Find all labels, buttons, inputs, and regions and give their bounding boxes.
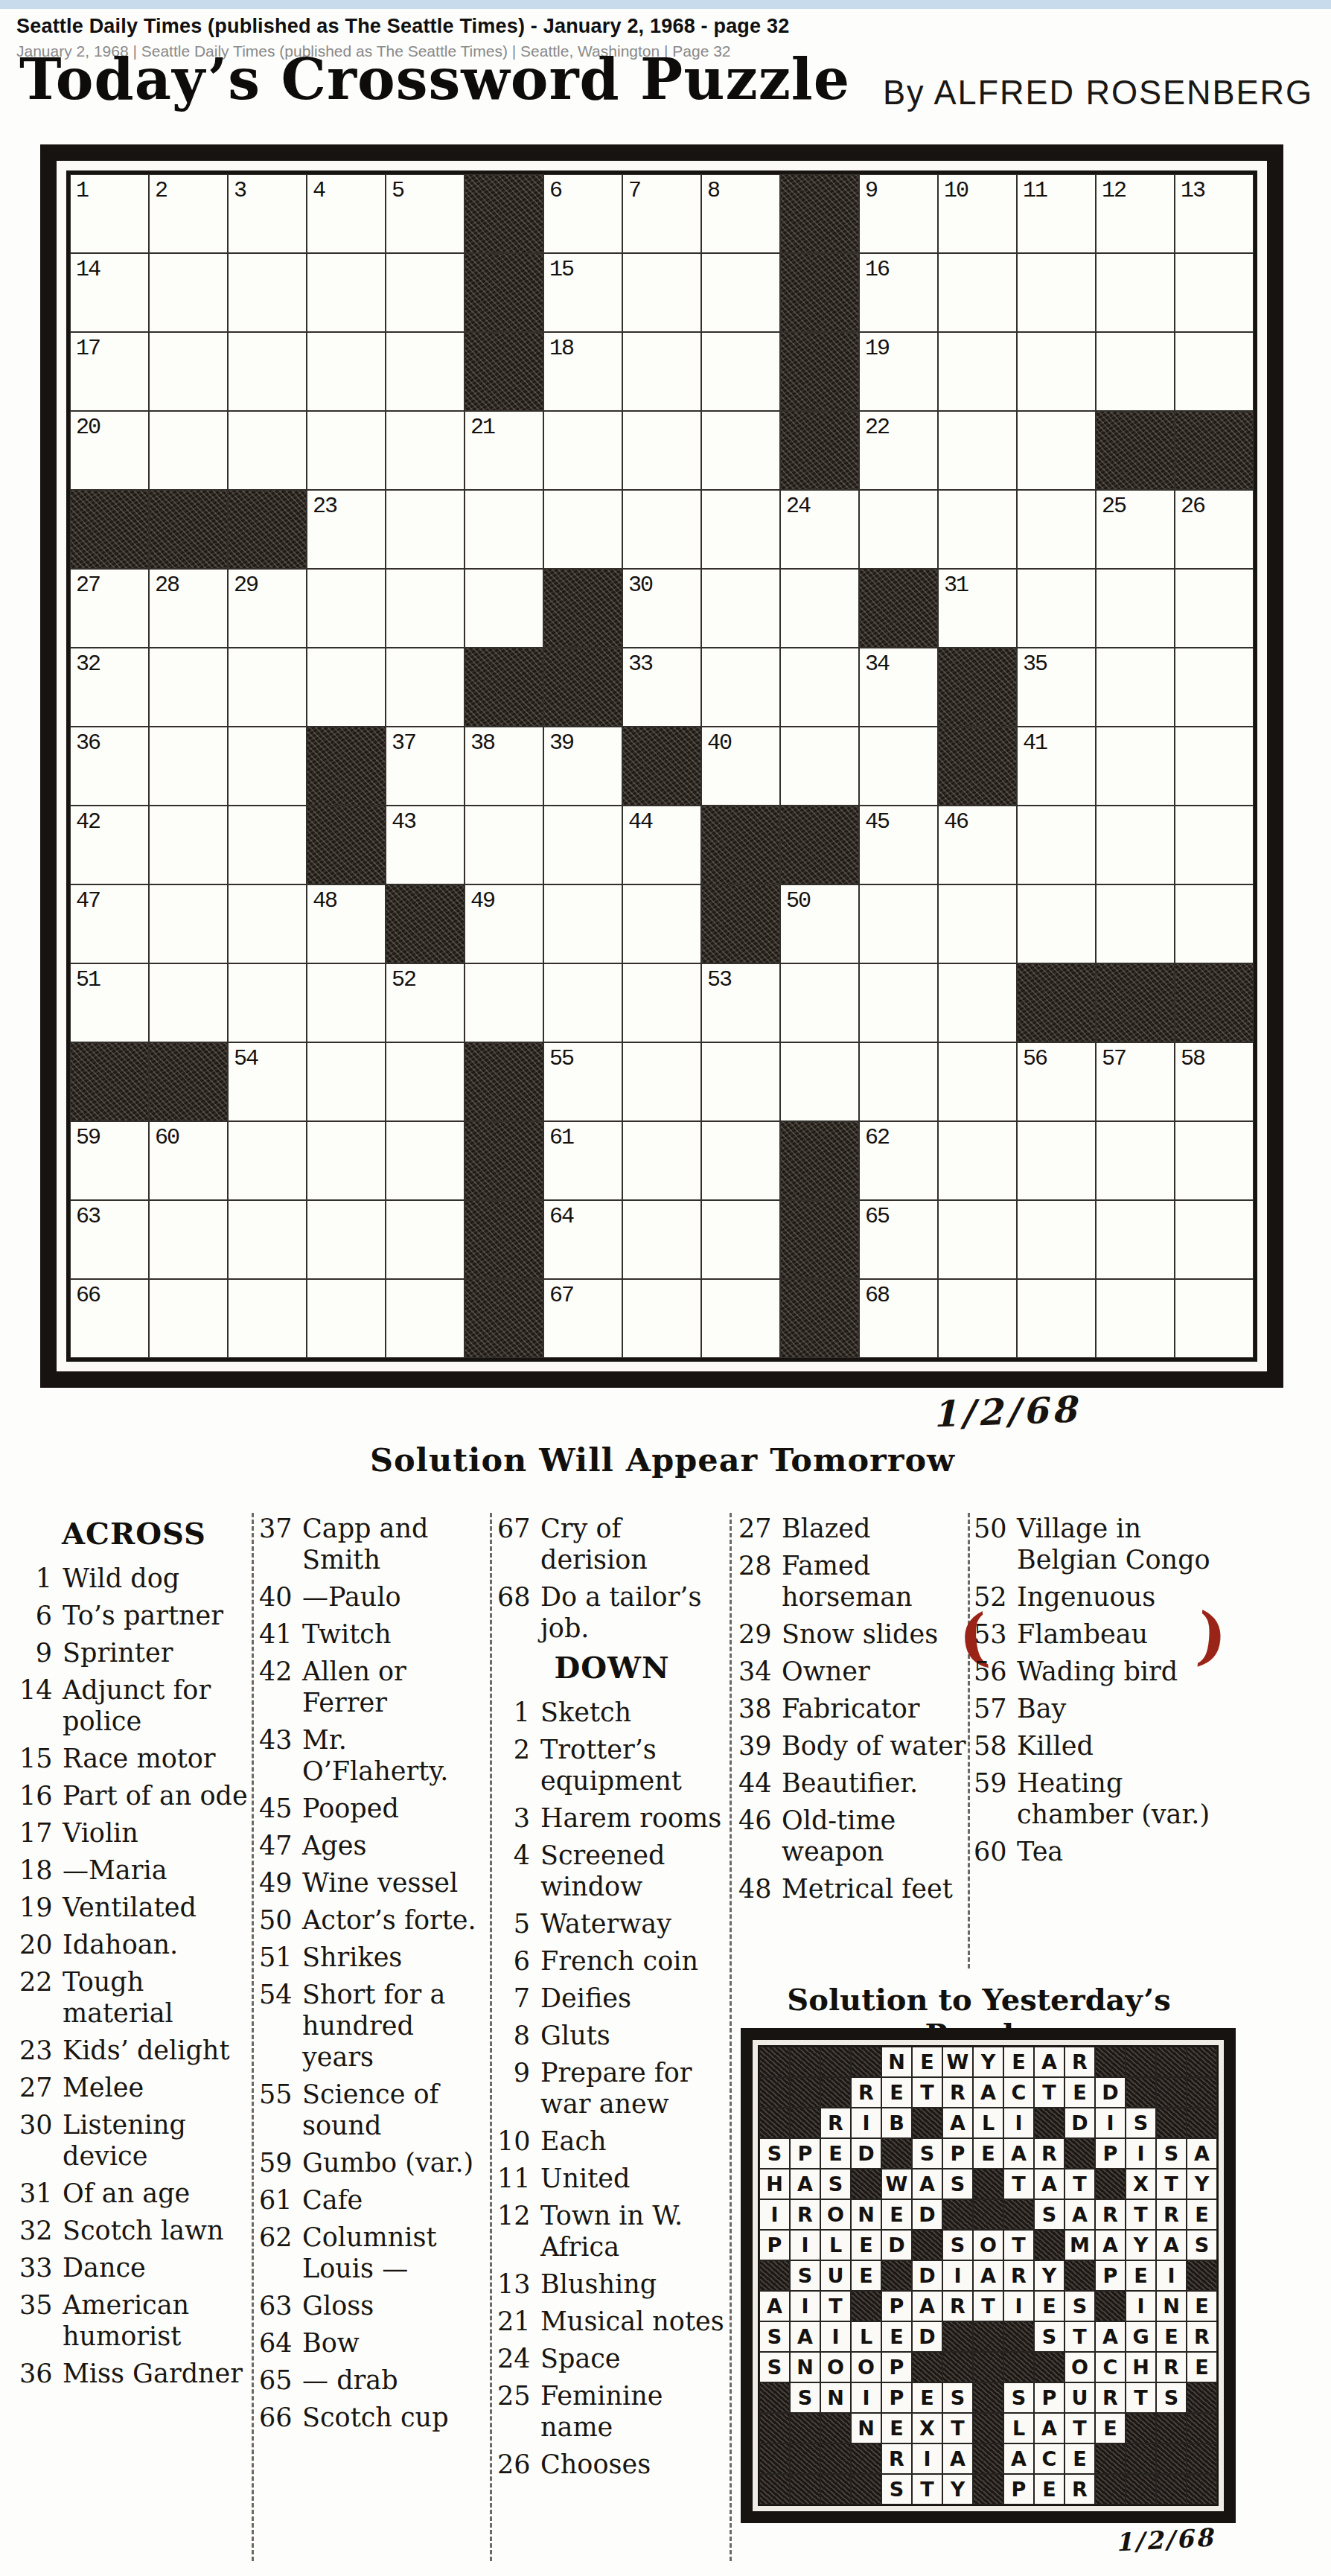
clue-item: 61Cafe [259, 2184, 488, 2216]
cell-number: 60 [155, 1125, 179, 1150]
clue-number: 54 [259, 1979, 302, 2073]
clue-number: 5 [497, 1908, 540, 1939]
grid-cell [228, 1121, 307, 1200]
grid-cell [307, 569, 386, 648]
clue-number: 61 [259, 2184, 302, 2216]
solution-black-square [1187, 2382, 1217, 2413]
solution-black-square [759, 2108, 790, 2138]
solution-black-square [759, 2443, 790, 2474]
solution-letter-cell: P [881, 2382, 912, 2413]
clue-text: Beautifier. [782, 1767, 968, 1799]
clue-text: Wild dog [63, 1563, 249, 1594]
solution-black-square [759, 2047, 790, 2077]
clue-item: 6French coin [497, 1945, 727, 1977]
solution-letter-cell: U [820, 2260, 851, 2291]
grid-cell [938, 1121, 1017, 1200]
clue-item: 62Columnist Louis — [259, 2222, 488, 2284]
cell-number: 55 [549, 1046, 573, 1071]
solution-letter-cell: P [1095, 2260, 1126, 2291]
cell-number: 15 [549, 257, 573, 282]
solution-letter-cell: R [1065, 2047, 1095, 2077]
clue-number: 13 [497, 2269, 540, 2300]
grid-cell: 21 [465, 411, 543, 490]
solution-black-square [851, 2443, 881, 2474]
solution-letter-cell: E [912, 2047, 942, 2077]
cell-number: 28 [155, 573, 179, 598]
clue-item: 28Famed horseman [738, 1550, 968, 1613]
solution-letter-cell: S [942, 2169, 973, 2199]
solution-black-square [851, 2291, 881, 2321]
solution-black-square [851, 2047, 881, 2077]
clue-text: Trotter’s equipment [540, 1734, 727, 1796]
clue-column-2: 37Capp and Smith40—Paulo41Twitch42Allen … [259, 1513, 488, 2439]
clue-number: 1 [19, 1563, 63, 1594]
cell-number: 64 [549, 1204, 573, 1229]
cell-number: 7 [628, 178, 640, 203]
clue-item: 8Gluts [497, 2020, 727, 2051]
clue-text: Allen or Ferrer [302, 1656, 488, 1718]
black-square [465, 1279, 543, 1358]
solution-letter-cell: S [790, 2260, 820, 2291]
black-square [149, 1042, 228, 1121]
crossword-grid: 1234567891011121314151617181920212223242… [66, 170, 1257, 1362]
clue-item: 14Adjunct for police [19, 1674, 249, 1737]
solution-letter-cell: A [973, 2260, 1003, 2291]
grid-cell [1017, 490, 1096, 569]
solution-letter-cell: A [1095, 2321, 1126, 2352]
black-square [780, 411, 859, 490]
grid-cell: 42 [70, 806, 149, 884]
solution-black-square [912, 2108, 942, 2138]
grid-cell: 26 [1175, 490, 1254, 569]
solution-letter-cell: T [1126, 2382, 1156, 2413]
grid-cell [1096, 1279, 1175, 1358]
grid-cell: 20 [70, 411, 149, 490]
solution-letter-cell: T [1065, 2413, 1095, 2443]
black-square [465, 174, 543, 253]
solution-letter-cell: S [820, 2169, 851, 2199]
solution-black-square [1187, 2474, 1217, 2505]
clue-text: Musical notes [540, 2306, 727, 2337]
cell-number: 48 [313, 888, 336, 914]
clue-item: 32Scotch lawn [19, 2215, 249, 2246]
solution-letter-cell: Y [942, 2474, 973, 2505]
clue-item: 59Gumbo (var.) [259, 2147, 488, 2178]
grid-cell: 64 [543, 1200, 622, 1279]
solution-black-square [973, 2199, 1003, 2230]
grid-cell: 53 [701, 963, 780, 1042]
grid-cell: 55 [543, 1042, 622, 1121]
solution-black-square [1003, 2321, 1034, 2352]
clue-text: Flambeau [1017, 1619, 1219, 1650]
grid-cell: 28 [149, 569, 228, 648]
cell-number: 19 [865, 336, 889, 361]
solution-letter-cell: A [1034, 2413, 1065, 2443]
clue-item: 45Pooped [259, 1793, 488, 1824]
solution-black-square [1126, 2443, 1156, 2474]
clue-text: Bay [1017, 1693, 1219, 1724]
black-square [70, 490, 149, 569]
clue-number: 33 [19, 2252, 63, 2283]
grid-cell [465, 490, 543, 569]
grid-cell [1096, 727, 1175, 806]
cell-number: 10 [944, 178, 968, 203]
grid-cell [149, 332, 228, 411]
solution-letter-cell: R [1095, 2382, 1126, 2413]
solution-letter-cell: R [1156, 2352, 1187, 2382]
clue-number: 63 [259, 2290, 302, 2321]
black-square [1175, 963, 1254, 1042]
grid-cell [149, 411, 228, 490]
grid-cell [465, 569, 543, 648]
grid-cell: 63 [70, 1200, 149, 1279]
grid-cell: 56 [1017, 1042, 1096, 1121]
solution-letter-cell: E [1003, 2047, 1034, 2077]
solution-letter-cell: I [759, 2199, 790, 2230]
solution-letter-cell: E [1126, 2260, 1156, 2291]
grid-cell [1175, 569, 1254, 648]
solution-black-square [1187, 2108, 1217, 2138]
clue-number: 48 [738, 1873, 782, 1904]
black-square [228, 490, 307, 569]
clue-text: Actor’s forte. [302, 1904, 488, 1936]
cell-number: 57 [1102, 1046, 1126, 1071]
solution-black-square [1187, 2077, 1217, 2108]
grid-cell: 19 [859, 332, 938, 411]
solution-black-square [759, 2077, 790, 2108]
clue-text: Feminine name [540, 2380, 727, 2443]
clue-number: 4 [497, 1840, 540, 1902]
grid-cell [1096, 332, 1175, 411]
column-divider [968, 1513, 970, 1968]
clue-item: 25Feminine name [497, 2380, 727, 2443]
grid-cell [307, 1121, 386, 1200]
clue-item: 21Musical notes [497, 2306, 727, 2337]
author-byline: By ALFRED ROSENBERG [883, 71, 1313, 112]
grid-cell [149, 806, 228, 884]
grid-cell: 10 [938, 174, 1017, 253]
cell-number: 11 [1023, 178, 1047, 203]
clue-number: 34 [738, 1656, 782, 1687]
grid-cell [1175, 253, 1254, 332]
clue-text: Shrikes [302, 1942, 488, 1973]
black-square [70, 1042, 149, 1121]
grid-cell [701, 1200, 780, 1279]
cell-number: 46 [944, 809, 968, 835]
clue-item: 39Body of water [738, 1730, 968, 1762]
clue-item: 64Bow [259, 2327, 488, 2359]
solution-black-square [759, 2260, 790, 2291]
clue-number: 18 [19, 1855, 63, 1886]
solution-letter-cell: E [912, 2382, 942, 2413]
grid-cell [386, 490, 465, 569]
clue-text: Pooped [302, 1793, 488, 1824]
clue-item: 19Ventilated [19, 1892, 249, 1923]
clue-item: 27Blazed [738, 1513, 968, 1544]
grid-cell [1175, 806, 1254, 884]
solution-black-square [881, 2138, 912, 2169]
clue-number: 15 [19, 1743, 63, 1774]
solution-letter-cell: S [881, 2474, 912, 2505]
grid-cell: 29 [228, 569, 307, 648]
grid-cell [938, 1279, 1017, 1358]
grid-cell [859, 490, 938, 569]
cell-number: 44 [628, 809, 652, 835]
solution-black-square [1065, 2260, 1095, 2291]
down-header: DOWN [497, 1650, 727, 1685]
black-square [859, 569, 938, 648]
solution-black-square [1126, 2413, 1156, 2443]
solution-black-square [1034, 2230, 1065, 2260]
solution-letter-cell: Y [1034, 2260, 1065, 2291]
solution-black-square [973, 2352, 1003, 2382]
solution-letter-cell: D [1095, 2077, 1126, 2108]
clue-number: 21 [497, 2306, 540, 2337]
clue-number: 30 [19, 2109, 63, 2172]
solution-letter-cell: I [1126, 2138, 1156, 2169]
grid-cell: 5 [386, 174, 465, 253]
grid-cell: 54 [228, 1042, 307, 1121]
column-divider [730, 1513, 732, 2561]
clue-item: 10Each [497, 2126, 727, 2157]
cell-number: 13 [1181, 178, 1204, 203]
clue-number: 67 [497, 1513, 540, 1575]
clue-item: 56Wading bird [974, 1656, 1219, 1687]
cell-number: 14 [76, 257, 100, 282]
solution-letter-cell: E [1095, 2413, 1126, 2443]
solution-black-square [820, 2474, 851, 2505]
clue-item: 40—Paulo [259, 1581, 488, 1613]
clue-item: 16Part of an ode [19, 1780, 249, 1811]
cell-number: 18 [549, 336, 573, 361]
grid-cell [149, 963, 228, 1042]
solution-letter-cell: H [1126, 2352, 1156, 2382]
black-square [386, 884, 465, 963]
clue-text: Screened window [540, 1840, 727, 1902]
solution-black-square [942, 2321, 973, 2352]
clue-item: 29Snow slides [738, 1619, 968, 1650]
solution-letter-cell: S [1187, 2230, 1217, 2260]
clue-text: Snow slides [782, 1619, 968, 1650]
solution-letter-cell: P [759, 2230, 790, 2260]
column-divider [252, 1513, 254, 2561]
clue-item: 35American humorist [19, 2289, 249, 2352]
clue-number: 14 [19, 1674, 63, 1737]
solution-letter-cell: S [759, 2321, 790, 2352]
clue-text: Capp and Smith [302, 1513, 488, 1575]
cell-number: 23 [313, 494, 336, 519]
grid-cell [780, 727, 859, 806]
clue-item: 20Idahoan. [19, 1929, 249, 1960]
cell-number: 63 [76, 1204, 100, 1229]
solution-letter-cell: N [820, 2382, 851, 2413]
grid-cell [701, 411, 780, 490]
solution-note: Solution Will Appear Tomorrow [350, 1441, 975, 1479]
solution-black-square [973, 2382, 1003, 2413]
clue-item: 42Allen or Ferrer [259, 1656, 488, 1718]
solution-letter-cell: A [1095, 2230, 1126, 2260]
solution-letter-cell: I [790, 2230, 820, 2260]
solution-letter-cell: A [1003, 2443, 1034, 2474]
solution-black-square [759, 2413, 790, 2443]
clue-item: 49Wine vessel [259, 1867, 488, 1898]
clue-text: Bow [302, 2327, 488, 2359]
cell-number: 22 [865, 415, 889, 440]
solution-black-square [1156, 2047, 1187, 2077]
solution-letter-cell: I [1126, 2291, 1156, 2321]
grid-cell [622, 1121, 701, 1200]
solution-letter-cell: S [1065, 2291, 1095, 2321]
grid-cell [228, 332, 307, 411]
solution-letter-cell: Y [973, 2047, 1003, 2077]
grid-cell [149, 884, 228, 963]
solution-letter-cell: S [1034, 2321, 1065, 2352]
solution-letter-cell: D [912, 2199, 942, 2230]
solution-letter-cell: I [851, 2108, 881, 2138]
solution-letter-cell: A [1187, 2138, 1217, 2169]
grid-cell [780, 648, 859, 727]
clue-text: Town in W. Africa [540, 2200, 727, 2263]
solution-black-square [973, 2474, 1003, 2505]
solution-letter-cell: S [1003, 2382, 1034, 2413]
clue-text: Listening device [63, 2109, 249, 2172]
clue-text: Sketch [540, 1697, 727, 1728]
clue-item: 13Blushing [497, 2269, 727, 2300]
grid-cell [701, 1279, 780, 1358]
solution-letter-cell: R [851, 2077, 881, 2108]
solution-letter-cell: R [942, 2077, 973, 2108]
solution-black-square [1156, 2474, 1187, 2505]
solution-letter-cell: S [759, 2352, 790, 2382]
solution-letter-cell: O [973, 2230, 1003, 2260]
clue-column-1: ACROSS1Wild dog6To’s partner9Sprinter14A… [19, 1513, 249, 2395]
grid-cell [938, 253, 1017, 332]
grid-cell [228, 806, 307, 884]
clue-number: 17 [19, 1817, 63, 1849]
solution-letter-cell: T [820, 2291, 851, 2321]
solution-letter-cell: N [1156, 2291, 1187, 2321]
grid-cell [228, 411, 307, 490]
cell-number: 49 [470, 888, 494, 914]
cell-number: 4 [313, 178, 325, 203]
clue-item: 2Trotter’s equipment [497, 1734, 727, 1796]
black-square [938, 648, 1017, 727]
clue-number: 57 [974, 1693, 1017, 1724]
solution-letter-cell: N [851, 2199, 881, 2230]
solution-black-square [820, 2413, 851, 2443]
clue-item: 15Race motor [19, 1743, 249, 1774]
clue-number: 16 [19, 1780, 63, 1811]
grid-cell [386, 648, 465, 727]
solution-letter-cell: T [1065, 2169, 1095, 2199]
solution-letter-cell: T [1034, 2077, 1065, 2108]
clue-number: 25 [497, 2380, 540, 2443]
solution-letter-cell: X [912, 2413, 942, 2443]
clue-number: 58 [974, 1730, 1017, 1762]
clue-text: Miss Gardner [63, 2358, 249, 2389]
clue-number: 27 [738, 1513, 782, 1544]
black-square [465, 1042, 543, 1121]
solution-letter-cell: T [1065, 2321, 1095, 2352]
cell-number: 5 [392, 178, 403, 203]
grid-cell [938, 332, 1017, 411]
grid-cell [1017, 1200, 1096, 1279]
grid-cell [386, 1121, 465, 1200]
clue-text: Ages [302, 1830, 488, 1861]
clue-number: 6 [19, 1600, 63, 1631]
solution-letter-cell: E [881, 2077, 912, 2108]
solution-black-square [851, 2474, 881, 2505]
grid-cell: 65 [859, 1200, 938, 1279]
cell-number: 30 [628, 573, 652, 598]
clue-number: 8 [497, 2020, 540, 2051]
grid-cell [1017, 806, 1096, 884]
solution-letter-cell: E [1034, 2474, 1065, 2505]
clue-text: Village in Belgian Congo [1017, 1513, 1219, 1575]
clue-number: 40 [259, 1581, 302, 1613]
cell-number: 68 [865, 1283, 889, 1308]
clue-text: —Paulo [302, 1581, 488, 1613]
clue-item: 63Gloss [259, 2290, 488, 2321]
solution-black-square [1126, 2047, 1156, 2077]
black-square [307, 727, 386, 806]
solution-letter-cell: H [759, 2169, 790, 2199]
grid-cell: 35 [1017, 648, 1096, 727]
grid-cell: 33 [622, 648, 701, 727]
clue-item: 48Metrical feet [738, 1873, 968, 1904]
cell-number: 59 [76, 1125, 100, 1150]
grid-cell: 8 [701, 174, 780, 253]
grid-cell [1017, 569, 1096, 648]
clue-column-4: 27Blazed28Famed horseman29Snow slides34O… [738, 1513, 968, 1910]
solution-black-square [1095, 2047, 1126, 2077]
clue-item: 38Fabricator [738, 1693, 968, 1724]
clue-text: Gumbo (var.) [302, 2147, 488, 2178]
across-header: ACROSS [19, 1516, 249, 1551]
solution-letter-cell: I [851, 2382, 881, 2413]
grid-cell [1175, 884, 1254, 963]
grid-cell [149, 253, 228, 332]
cell-number: 6 [549, 178, 561, 203]
clue-number: 50 [259, 1904, 302, 1936]
grid-cell [780, 569, 859, 648]
black-square [701, 806, 780, 884]
solution-letter-cell: I [820, 2321, 851, 2352]
clue-item: 6To’s partner [19, 1600, 249, 1631]
clue-text: Space [540, 2343, 727, 2374]
clue-text: Part of an ode [63, 1780, 249, 1811]
clue-number: 9 [497, 2057, 540, 2120]
grid-cell [386, 1042, 465, 1121]
clue-number: 59 [259, 2147, 302, 2178]
clue-text: Metrical feet [782, 1873, 968, 1904]
clue-item: 33Dance [19, 2252, 249, 2283]
clue-number: 51 [259, 1942, 302, 1973]
grid-cell: 61 [543, 1121, 622, 1200]
solution-black-square [1003, 2352, 1034, 2382]
grid-cell [1096, 1121, 1175, 1200]
cell-number: 42 [76, 809, 100, 835]
solution-letter-cell: T [1003, 2169, 1034, 2199]
black-square [543, 569, 622, 648]
clue-number: 12 [497, 2200, 540, 2263]
grid-cell: 68 [859, 1279, 938, 1358]
solution-letter-cell: A [790, 2321, 820, 2352]
clue-number: 31 [19, 2178, 63, 2209]
browser-top-strip [0, 0, 1331, 9]
grid-cell [543, 963, 622, 1042]
cell-number: 43 [392, 809, 415, 835]
